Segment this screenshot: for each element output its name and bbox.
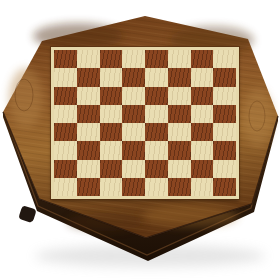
board-square — [168, 141, 191, 159]
board-square — [145, 178, 168, 196]
board-square — [100, 50, 123, 68]
board-square — [213, 160, 236, 178]
board-square — [122, 68, 145, 86]
board-square — [100, 178, 123, 196]
board-square — [54, 87, 77, 105]
board-square — [213, 87, 236, 105]
frame-latch-notch — [18, 205, 37, 223]
board-square — [168, 68, 191, 86]
board-square — [100, 123, 123, 141]
board-square — [54, 160, 77, 178]
board-square — [191, 68, 214, 86]
board-square — [122, 123, 145, 141]
board-square — [213, 50, 236, 68]
board-square — [100, 87, 123, 105]
chess-board — [51, 47, 239, 199]
board-square — [54, 123, 77, 141]
board-square — [122, 50, 145, 68]
board-square — [54, 50, 77, 68]
board-square — [77, 105, 100, 123]
board-square — [145, 50, 168, 68]
board-square — [213, 68, 236, 86]
board-square — [168, 87, 191, 105]
board-square — [77, 68, 100, 86]
board-square — [145, 105, 168, 123]
board-square — [100, 160, 123, 178]
board-square — [145, 68, 168, 86]
board-square — [77, 50, 100, 68]
board-square — [54, 141, 77, 159]
product-photo — [0, 0, 280, 280]
board-square — [191, 178, 214, 196]
board-square — [77, 160, 100, 178]
board-square — [191, 105, 214, 123]
board-square — [168, 178, 191, 196]
board-square — [145, 123, 168, 141]
board-square — [213, 178, 236, 196]
board-square — [168, 105, 191, 123]
board-square — [145, 141, 168, 159]
board-square — [145, 160, 168, 178]
board-square — [168, 123, 191, 141]
board-square — [77, 123, 100, 141]
board-square — [191, 141, 214, 159]
board-square — [122, 178, 145, 196]
board-square — [122, 105, 145, 123]
board-square — [100, 141, 123, 159]
board-square — [145, 87, 168, 105]
board-square — [77, 141, 100, 159]
board-square — [54, 178, 77, 196]
board-square — [191, 123, 214, 141]
board-square — [122, 87, 145, 105]
board-square — [77, 178, 100, 196]
board-square — [122, 160, 145, 178]
board-square — [77, 87, 100, 105]
board-square — [122, 141, 145, 159]
board-square — [191, 87, 214, 105]
board-square — [168, 160, 191, 178]
board-square — [54, 105, 77, 123]
board-square — [100, 105, 123, 123]
board-square — [213, 123, 236, 141]
board-square — [191, 50, 214, 68]
board-square — [168, 50, 191, 68]
board-square — [54, 68, 77, 86]
board-square — [213, 105, 236, 123]
board-square — [213, 141, 236, 159]
board-square — [191, 160, 214, 178]
board-square — [100, 68, 123, 86]
